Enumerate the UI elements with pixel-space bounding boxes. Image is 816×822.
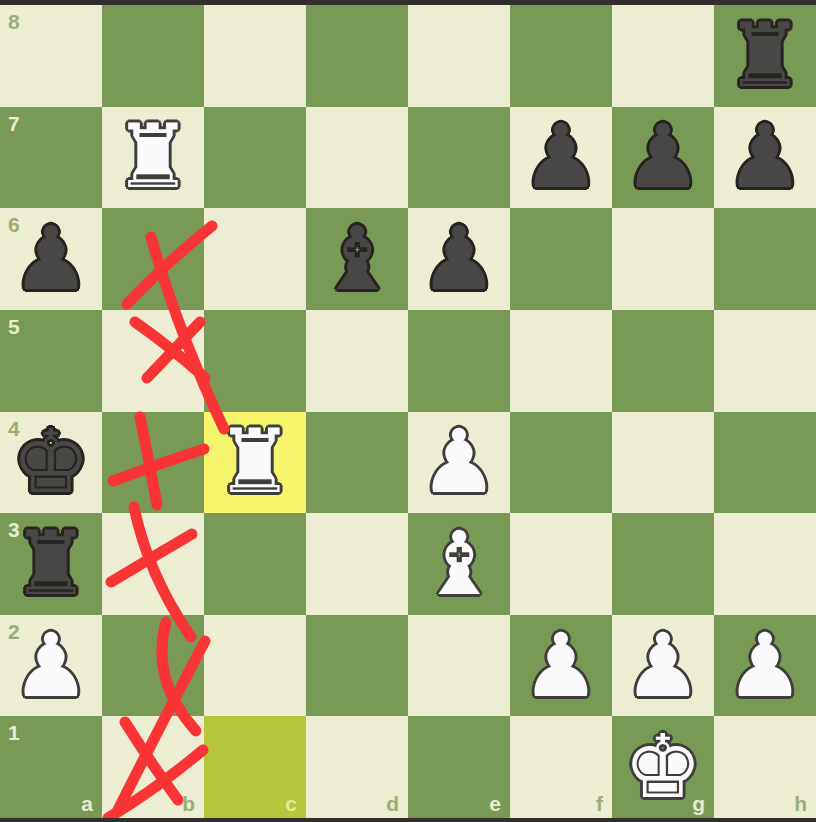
- square-b4[interactable]: [102, 412, 204, 514]
- square-d4[interactable]: [306, 412, 408, 514]
- square-e5[interactable]: [408, 310, 510, 412]
- piece-white-pawn[interactable]: ♟: [510, 615, 612, 717]
- square-g1[interactable]: g♚: [612, 716, 714, 818]
- square-e7[interactable]: [408, 107, 510, 209]
- square-d1[interactable]: d: [306, 716, 408, 818]
- piece-white-king[interactable]: ♚: [612, 716, 714, 818]
- square-h2[interactable]: ♟: [714, 615, 816, 717]
- square-c7[interactable]: [204, 107, 306, 209]
- square-e8[interactable]: [408, 5, 510, 107]
- square-f7[interactable]: ♟: [510, 107, 612, 209]
- file-label-d: d: [386, 793, 399, 814]
- square-a2[interactable]: 2♟: [0, 615, 102, 717]
- piece-white-pawn[interactable]: ♟: [0, 615, 102, 717]
- square-c8[interactable]: [204, 5, 306, 107]
- square-e2[interactable]: [408, 615, 510, 717]
- square-b2[interactable]: [102, 615, 204, 717]
- file-label-h: h: [794, 793, 807, 814]
- piece-white-pawn[interactable]: ♟: [612, 615, 714, 717]
- square-c5[interactable]: [204, 310, 306, 412]
- piece-white-rook[interactable]: ♜: [204, 412, 306, 514]
- square-g6[interactable]: [612, 208, 714, 310]
- square-c4[interactable]: ♜: [204, 412, 306, 514]
- square-h3[interactable]: [714, 513, 816, 615]
- square-d6[interactable]: ♝: [306, 208, 408, 310]
- square-b3[interactable]: [102, 513, 204, 615]
- piece-white-pawn[interactable]: ♟: [714, 615, 816, 717]
- square-a4[interactable]: 4♚: [0, 412, 102, 514]
- square-e1[interactable]: e: [408, 716, 510, 818]
- rank-label-1: 1: [8, 722, 20, 743]
- square-h4[interactable]: [714, 412, 816, 514]
- piece-white-rook[interactable]: ♜: [102, 107, 204, 209]
- rank-label-8: 8: [8, 11, 20, 32]
- square-a5[interactable]: 5: [0, 310, 102, 412]
- square-a1[interactable]: 1a: [0, 716, 102, 818]
- file-label-f: f: [596, 793, 603, 814]
- square-e6[interactable]: ♟: [408, 208, 510, 310]
- piece-black-pawn[interactable]: ♟: [408, 208, 510, 310]
- square-d7[interactable]: [306, 107, 408, 209]
- square-b1[interactable]: b: [102, 716, 204, 818]
- square-d8[interactable]: [306, 5, 408, 107]
- piece-white-bishop[interactable]: ♝: [408, 513, 510, 615]
- square-a7[interactable]: 7: [0, 107, 102, 209]
- chess-board: 8♜7♜♟♟♟6♟♝♟54♚♜♟3♜♝2♟♟♟♟1abcdefg♚h: [0, 5, 816, 818]
- rank-label-5: 5: [8, 316, 20, 337]
- square-b5[interactable]: [102, 310, 204, 412]
- rank-label-7: 7: [8, 113, 20, 134]
- square-a8[interactable]: 8: [0, 5, 102, 107]
- square-e4[interactable]: ♟: [408, 412, 510, 514]
- square-f4[interactable]: [510, 412, 612, 514]
- square-g4[interactable]: [612, 412, 714, 514]
- square-c1[interactable]: c: [204, 716, 306, 818]
- file-label-c: c: [285, 793, 297, 814]
- square-h7[interactable]: ♟: [714, 107, 816, 209]
- square-a6[interactable]: 6♟: [0, 208, 102, 310]
- piece-black-bishop[interactable]: ♝: [306, 208, 408, 310]
- square-g3[interactable]: [612, 513, 714, 615]
- square-h6[interactable]: [714, 208, 816, 310]
- square-f3[interactable]: [510, 513, 612, 615]
- piece-black-rook[interactable]: ♜: [0, 513, 102, 615]
- piece-black-pawn[interactable]: ♟: [714, 107, 816, 209]
- square-f6[interactable]: [510, 208, 612, 310]
- square-a3[interactable]: 3♜: [0, 513, 102, 615]
- piece-black-rook[interactable]: ♜: [714, 5, 816, 107]
- square-d5[interactable]: [306, 310, 408, 412]
- square-g5[interactable]: [612, 310, 714, 412]
- square-b7[interactable]: ♜: [102, 107, 204, 209]
- square-f8[interactable]: [510, 5, 612, 107]
- square-f1[interactable]: f: [510, 716, 612, 818]
- square-g2[interactable]: ♟: [612, 615, 714, 717]
- square-c6[interactable]: [204, 208, 306, 310]
- square-e3[interactable]: ♝: [408, 513, 510, 615]
- file-label-e: e: [489, 793, 501, 814]
- square-c3[interactable]: [204, 513, 306, 615]
- piece-black-pawn[interactable]: ♟: [0, 208, 102, 310]
- square-f5[interactable]: [510, 310, 612, 412]
- square-d3[interactable]: [306, 513, 408, 615]
- piece-black-king[interactable]: ♚: [0, 412, 102, 514]
- square-f2[interactable]: ♟: [510, 615, 612, 717]
- square-g8[interactable]: [612, 5, 714, 107]
- square-b6[interactable]: [102, 208, 204, 310]
- bottom-frame-bar: [0, 818, 816, 822]
- square-c2[interactable]: [204, 615, 306, 717]
- piece-white-pawn[interactable]: ♟: [408, 412, 510, 514]
- square-g7[interactable]: ♟: [612, 107, 714, 209]
- square-d2[interactable]: [306, 615, 408, 717]
- piece-black-pawn[interactable]: ♟: [510, 107, 612, 209]
- file-label-a: a: [81, 793, 93, 814]
- file-label-b: b: [182, 793, 195, 814]
- square-h8[interactable]: ♜: [714, 5, 816, 107]
- square-h1[interactable]: h: [714, 716, 816, 818]
- square-b8[interactable]: [102, 5, 204, 107]
- square-h5[interactable]: [714, 310, 816, 412]
- piece-black-pawn[interactable]: ♟: [612, 107, 714, 209]
